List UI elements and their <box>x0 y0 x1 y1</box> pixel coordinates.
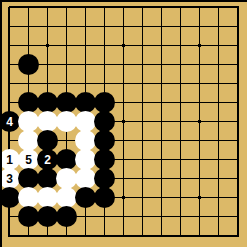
intersection-4-9[interactable] <box>57 150 76 169</box>
white-stone[interactable]: 3 <box>0 168 20 189</box>
white-stone[interactable] <box>56 168 77 189</box>
intersection-7-11[interactable] <box>114 188 133 207</box>
intersection-7-2[interactable] <box>114 17 133 36</box>
intersection-13-4[interactable] <box>228 55 247 74</box>
white-stone[interactable] <box>37 187 58 208</box>
intersection-1-7[interactable]: 4 <box>0 112 19 131</box>
black-stone[interactable] <box>94 130 115 151</box>
intersection-1-6[interactable] <box>0 93 19 112</box>
move-label: 4 <box>6 116 13 128</box>
intersection-5-11[interactable] <box>76 188 95 207</box>
intersection-7-9[interactable] <box>114 150 133 169</box>
intersection-13-8[interactable] <box>228 131 247 150</box>
intersection-8-13[interactable] <box>133 226 152 245</box>
intersection-4-5[interactable] <box>57 74 76 93</box>
intersection-7-1[interactable] <box>114 0 133 17</box>
white-stone[interactable] <box>75 149 96 170</box>
star-point <box>198 44 201 47</box>
intersection-8-9[interactable] <box>133 150 152 169</box>
black-stone[interactable] <box>18 54 39 75</box>
intersection-11-6[interactable] <box>190 93 209 112</box>
black-stone[interactable] <box>56 92 77 113</box>
intersection-11-2[interactable] <box>190 17 209 36</box>
intersection-9-12[interactable] <box>152 207 171 226</box>
black-stone[interactable] <box>94 149 115 170</box>
black-stone[interactable] <box>94 168 115 189</box>
intersection-3-7[interactable] <box>38 112 57 131</box>
star-point <box>198 196 201 199</box>
white-stone[interactable] <box>18 187 39 208</box>
intersection-10-3[interactable] <box>171 36 190 55</box>
intersection-3-8[interactable] <box>38 131 57 150</box>
intersection-1-12[interactable] <box>0 207 19 226</box>
intersection-12-2[interactable] <box>209 17 228 36</box>
black-stone[interactable] <box>37 92 58 113</box>
intersection-10-12[interactable] <box>171 207 190 226</box>
intersection-3-13[interactable] <box>38 226 57 245</box>
intersection-11-5[interactable] <box>190 74 209 93</box>
intersection-12-1[interactable] <box>209 0 228 17</box>
black-stone[interactable] <box>75 187 96 208</box>
intersection-11-10[interactable] <box>190 169 209 188</box>
intersection-13-9[interactable] <box>228 150 247 169</box>
intersection-10-1[interactable] <box>171 0 190 17</box>
intersection-10-6[interactable] <box>171 93 190 112</box>
intersection-11-11[interactable] <box>190 188 209 207</box>
intersection-1-4[interactable] <box>0 55 19 74</box>
intersection-9-5[interactable] <box>152 74 171 93</box>
intersection-11-13[interactable] <box>190 226 209 245</box>
screenshot-edge-top <box>0 0 247 2</box>
intersection-3-6[interactable] <box>38 93 57 112</box>
white-stone[interactable] <box>75 130 96 151</box>
intersection-6-3[interactable] <box>95 36 114 55</box>
black-stone[interactable] <box>94 187 115 208</box>
intersection-8-2[interactable] <box>133 17 152 36</box>
intersection-5-6[interactable] <box>76 93 95 112</box>
intersection-10-9[interactable] <box>171 150 190 169</box>
intersection-2-12[interactable] <box>19 207 38 226</box>
intersection-6-4[interactable] <box>95 55 114 74</box>
intersection-7-5[interactable] <box>114 74 133 93</box>
intersection-3-12[interactable] <box>38 207 57 226</box>
move-label: 2 <box>44 154 51 166</box>
move-label: 1 <box>6 154 13 166</box>
intersection-9-9[interactable] <box>152 150 171 169</box>
intersection-3-10[interactable] <box>38 169 57 188</box>
black-stone[interactable] <box>0 187 20 208</box>
intersection-6-13[interactable] <box>95 226 114 245</box>
black-stone[interactable] <box>18 206 39 227</box>
intersection-12-13[interactable] <box>209 226 228 245</box>
intersection-9-3[interactable] <box>152 36 171 55</box>
intersection-2-10[interactable] <box>19 169 38 188</box>
intersection-5-3[interactable] <box>76 36 95 55</box>
white-stone[interactable] <box>75 111 96 132</box>
intersection-12-3[interactable] <box>209 36 228 55</box>
intersection-5-8[interactable] <box>76 131 95 150</box>
intersection-2-8[interactable] <box>19 131 38 150</box>
intersection-3-1[interactable] <box>38 0 57 17</box>
black-stone[interactable] <box>37 206 58 227</box>
intersection-11-4[interactable] <box>190 55 209 74</box>
intersection-9-13[interactable] <box>152 226 171 245</box>
star-point <box>122 196 125 199</box>
intersection-12-9[interactable] <box>209 150 228 169</box>
intersection-4-11[interactable] <box>57 188 76 207</box>
intersection-4-6[interactable] <box>57 93 76 112</box>
intersection-5-4[interactable] <box>76 55 95 74</box>
intersection-6-6[interactable] <box>95 93 114 112</box>
intersection-6-8[interactable] <box>95 131 114 150</box>
intersection-7-13[interactable] <box>114 226 133 245</box>
intersection-11-3[interactable] <box>190 36 209 55</box>
intersection-12-12[interactable] <box>209 207 228 226</box>
intersection-4-13[interactable] <box>57 226 76 245</box>
intersection-8-11[interactable] <box>133 188 152 207</box>
intersection-12-7[interactable] <box>209 112 228 131</box>
intersection-4-10[interactable] <box>57 169 76 188</box>
white-stone[interactable] <box>37 111 58 132</box>
intersection-10-13[interactable] <box>171 226 190 245</box>
intersection-1-3[interactable] <box>0 36 19 55</box>
intersection-12-8[interactable] <box>209 131 228 150</box>
intersection-6-10[interactable] <box>95 169 114 188</box>
intersection-9-7[interactable] <box>152 112 171 131</box>
intersection-3-4[interactable] <box>38 55 57 74</box>
intersection-1-8[interactable] <box>0 131 19 150</box>
intersection-1-5[interactable] <box>0 74 19 93</box>
intersection-6-7[interactable] <box>95 112 114 131</box>
intersection-7-12[interactable] <box>114 207 133 226</box>
intersection-7-8[interactable] <box>114 131 133 150</box>
intersection-8-10[interactable] <box>133 169 152 188</box>
intersection-13-1[interactable] <box>228 0 247 17</box>
intersection-3-9[interactable]: 2 <box>38 150 57 169</box>
intersection-9-11[interactable] <box>152 188 171 207</box>
intersection-2-11[interactable] <box>19 188 38 207</box>
intersection-9-1[interactable] <box>152 0 171 17</box>
move-label: 3 <box>6 173 13 185</box>
intersection-11-8[interactable] <box>190 131 209 150</box>
intersection-11-7[interactable] <box>190 112 209 131</box>
intersection-10-7[interactable] <box>171 112 190 131</box>
intersection-2-1[interactable] <box>19 0 38 17</box>
intersection-11-12[interactable] <box>190 207 209 226</box>
intersection-8-3[interactable] <box>133 36 152 55</box>
intersection-5-7[interactable] <box>76 112 95 131</box>
white-stone[interactable]: 5 <box>18 149 39 170</box>
black-stone[interactable]: 4 <box>0 111 20 132</box>
intersection-13-7[interactable] <box>228 112 247 131</box>
intersection-10-4[interactable] <box>171 55 190 74</box>
intersection-4-7[interactable] <box>57 112 76 131</box>
intersection-12-11[interactable] <box>209 188 228 207</box>
intersection-7-7[interactable] <box>114 112 133 131</box>
intersection-8-12[interactable] <box>133 207 152 226</box>
intersection-7-3[interactable] <box>114 36 133 55</box>
star-point <box>46 44 49 47</box>
intersection-13-3[interactable] <box>228 36 247 55</box>
intersection-13-2[interactable] <box>228 17 247 36</box>
black-stone[interactable] <box>56 206 77 227</box>
intersection-1-11[interactable] <box>0 188 19 207</box>
black-stone[interactable]: 2 <box>37 149 58 170</box>
intersection-13-11[interactable] <box>228 188 247 207</box>
intersection-2-9[interactable]: 5 <box>19 150 38 169</box>
intersection-2-3[interactable] <box>19 36 38 55</box>
white-stone[interactable] <box>18 111 39 132</box>
intersection-5-9[interactable] <box>76 150 95 169</box>
intersection-6-1[interactable] <box>95 0 114 17</box>
intersection-2-4[interactable] <box>19 55 38 74</box>
go-board[interactable]: 41523 <box>0 0 247 245</box>
intersection-8-8[interactable] <box>133 131 152 150</box>
intersection-11-9[interactable] <box>190 150 209 169</box>
move-label: 5 <box>25 154 32 166</box>
intersection-10-10[interactable] <box>171 169 190 188</box>
intersection-5-10[interactable] <box>76 169 95 188</box>
white-stone[interactable] <box>56 187 77 208</box>
intersection-4-1[interactable] <box>57 0 76 17</box>
intersection-2-6[interactable] <box>19 93 38 112</box>
intersection-10-8[interactable] <box>171 131 190 150</box>
intersection-2-7[interactable] <box>19 112 38 131</box>
intersection-7-10[interactable] <box>114 169 133 188</box>
intersection-1-1[interactable] <box>0 0 19 17</box>
white-stone[interactable] <box>75 168 96 189</box>
intersection-6-5[interactable] <box>95 74 114 93</box>
intersection-13-13[interactable] <box>228 226 247 245</box>
intersection-9-4[interactable] <box>152 55 171 74</box>
intersection-5-2[interactable] <box>76 17 95 36</box>
intersection-12-6[interactable] <box>209 93 228 112</box>
intersection-6-12[interactable] <box>95 207 114 226</box>
intersection-1-9[interactable]: 1 <box>0 150 19 169</box>
intersection-3-11[interactable] <box>38 188 57 207</box>
intersection-13-6[interactable] <box>228 93 247 112</box>
intersection-8-7[interactable] <box>133 112 152 131</box>
black-stone[interactable] <box>94 111 115 132</box>
intersection-11-1[interactable] <box>190 0 209 17</box>
intersection-5-5[interactable] <box>76 74 95 93</box>
black-stone[interactable] <box>75 92 96 113</box>
intersection-4-4[interactable] <box>57 55 76 74</box>
intersection-9-2[interactable] <box>152 17 171 36</box>
intersection-12-5[interactable] <box>209 74 228 93</box>
go-diagram: 41523 <box>0 0 247 247</box>
intersection-10-5[interactable] <box>171 74 190 93</box>
intersection-6-9[interactable] <box>95 150 114 169</box>
black-stone[interactable] <box>56 149 77 170</box>
intersection-12-10[interactable] <box>209 169 228 188</box>
intersection-8-5[interactable] <box>133 74 152 93</box>
intersection-4-12[interactable] <box>57 207 76 226</box>
intersection-5-12[interactable] <box>76 207 95 226</box>
white-stone[interactable]: 1 <box>0 149 20 170</box>
black-stone[interactable] <box>18 168 39 189</box>
intersection-4-3[interactable] <box>57 36 76 55</box>
intersection-7-4[interactable] <box>114 55 133 74</box>
intersection-12-4[interactable] <box>209 55 228 74</box>
intersection-3-3[interactable] <box>38 36 57 55</box>
intersection-9-8[interactable] <box>152 131 171 150</box>
star-point <box>122 120 125 123</box>
intersection-5-1[interactable] <box>76 0 95 17</box>
intersection-7-6[interactable] <box>114 93 133 112</box>
intersection-3-2[interactable] <box>38 17 57 36</box>
intersection-13-5[interactable] <box>228 74 247 93</box>
intersection-9-10[interactable] <box>152 169 171 188</box>
black-stone[interactable] <box>37 168 58 189</box>
intersection-4-8[interactable] <box>57 131 76 150</box>
intersection-13-12[interactable] <box>228 207 247 226</box>
star-point <box>122 44 125 47</box>
intersection-1-2[interactable] <box>0 17 19 36</box>
intersection-10-11[interactable] <box>171 188 190 207</box>
black-stone[interactable] <box>18 92 39 113</box>
intersection-1-13[interactable] <box>0 226 19 245</box>
intersection-8-4[interactable] <box>133 55 152 74</box>
intersection-3-5[interactable] <box>38 74 57 93</box>
black-stone[interactable] <box>37 130 58 151</box>
intersection-5-13[interactable] <box>76 226 95 245</box>
intersection-6-11[interactable] <box>95 188 114 207</box>
intersection-8-1[interactable] <box>133 0 152 17</box>
intersection-10-2[interactable] <box>171 17 190 36</box>
intersection-8-6[interactable] <box>133 93 152 112</box>
white-stone[interactable] <box>18 130 39 151</box>
black-stone[interactable] <box>94 92 115 113</box>
intersection-13-10[interactable] <box>228 169 247 188</box>
intersection-2-5[interactable] <box>19 74 38 93</box>
intersection-1-10[interactable]: 3 <box>0 169 19 188</box>
intersection-9-6[interactable] <box>152 93 171 112</box>
intersection-4-2[interactable] <box>57 17 76 36</box>
white-stone[interactable] <box>56 111 77 132</box>
intersection-2-13[interactable] <box>19 226 38 245</box>
intersection-2-2[interactable] <box>19 17 38 36</box>
screenshot-edge-left <box>0 0 2 247</box>
intersection-6-2[interactable] <box>95 17 114 36</box>
star-point <box>198 120 201 123</box>
